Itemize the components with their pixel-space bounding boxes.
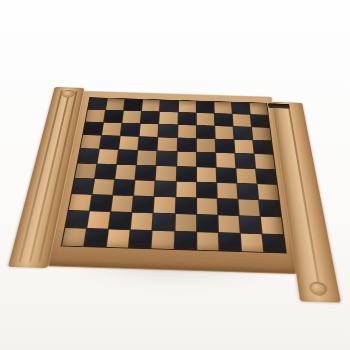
board-square-i1 xyxy=(241,234,264,252)
board-square-b7 xyxy=(100,136,120,150)
board-square-a4 xyxy=(72,178,94,194)
board-square-d5 xyxy=(136,165,156,180)
board-square-c1 xyxy=(107,229,130,247)
board-square-b5 xyxy=(95,164,116,179)
board-square-b8 xyxy=(102,123,122,136)
board-square-e6 xyxy=(157,151,176,165)
board-square-e7 xyxy=(158,138,177,152)
board-square-f3 xyxy=(175,197,195,214)
board-square-f8 xyxy=(178,125,196,138)
board-square-a7 xyxy=(81,135,101,149)
board-square-b6 xyxy=(98,149,119,163)
board-square-g8 xyxy=(196,126,214,139)
board-square-d1 xyxy=(129,230,151,248)
board-square-b10 xyxy=(106,98,125,110)
board-square-j4 xyxy=(257,184,278,200)
board-square-h7 xyxy=(215,139,234,153)
board-square-c7 xyxy=(119,136,139,150)
board-square-a9 xyxy=(86,110,105,122)
board-square-c3 xyxy=(111,195,133,212)
dowel-pin-icon xyxy=(61,90,76,98)
photo-background xyxy=(0,0,350,350)
board-square-g4 xyxy=(197,182,217,198)
board-square-g3 xyxy=(197,198,217,215)
board-square-b9 xyxy=(104,110,123,122)
board-square-h9 xyxy=(214,114,232,127)
board-square-d3 xyxy=(133,196,154,213)
board-square-a2 xyxy=(66,211,89,228)
board-square-e2 xyxy=(153,213,174,230)
board-square-d7 xyxy=(139,137,158,151)
board-square-c8 xyxy=(121,123,140,136)
board-square-i5 xyxy=(236,168,256,183)
board-square-e5 xyxy=(156,166,176,181)
board-square-i8 xyxy=(233,127,252,140)
board-square-g10 xyxy=(196,101,213,113)
board-frame xyxy=(48,91,297,274)
board-square-j5 xyxy=(256,169,277,184)
dowel-pin-icon xyxy=(308,282,328,296)
board-square-c4 xyxy=(114,179,135,195)
board-square-d10 xyxy=(142,99,160,111)
board-square-a10 xyxy=(88,98,107,110)
board-square-c2 xyxy=(109,212,131,229)
board-square-f9 xyxy=(178,113,196,126)
board-square-g6 xyxy=(197,153,216,167)
board-square-c5 xyxy=(116,164,137,179)
board-square-e9 xyxy=(159,112,177,125)
board-square-h6 xyxy=(216,153,235,167)
board-square-g7 xyxy=(196,139,214,153)
board-square-j8 xyxy=(252,127,271,140)
board-square-b3 xyxy=(90,195,112,212)
board-square-j10 xyxy=(249,103,267,115)
board-square-g2 xyxy=(197,215,218,232)
board-square-a3 xyxy=(69,194,92,210)
board-square-c9 xyxy=(123,111,142,124)
checkers-board xyxy=(61,97,287,253)
board-square-g5 xyxy=(197,167,216,182)
board-square-f5 xyxy=(176,166,195,181)
board-square-a5 xyxy=(75,163,97,178)
board-square-a1 xyxy=(62,228,86,246)
board-square-c10 xyxy=(124,99,142,111)
board-square-a6 xyxy=(78,149,99,163)
board-square-b1 xyxy=(84,229,108,247)
board-square-h5 xyxy=(216,168,236,183)
board-square-i4 xyxy=(237,183,258,199)
board-square-f4 xyxy=(176,181,196,197)
board-square-f10 xyxy=(178,101,195,113)
board-square-i7 xyxy=(234,140,253,154)
board-square-h10 xyxy=(214,102,232,114)
board-square-h3 xyxy=(217,199,238,216)
board-square-e4 xyxy=(155,181,175,197)
board-square-j1 xyxy=(262,234,285,252)
board-square-i2 xyxy=(239,216,261,233)
board-square-j9 xyxy=(251,115,270,128)
board-square-h1 xyxy=(219,233,241,251)
board-square-d6 xyxy=(137,151,157,165)
board-square-d8 xyxy=(140,124,159,137)
board-square-b4 xyxy=(93,179,115,195)
board-square-j3 xyxy=(259,200,281,217)
board-square-e8 xyxy=(159,124,177,137)
board-square-i3 xyxy=(238,199,259,216)
board-square-f6 xyxy=(177,152,196,166)
board-square-h2 xyxy=(218,215,239,232)
board-square-e10 xyxy=(160,100,178,112)
board-square-d9 xyxy=(141,111,159,124)
board-square-h8 xyxy=(215,126,233,139)
board-square-h4 xyxy=(217,183,237,199)
board-square-a8 xyxy=(83,122,103,135)
board-square-j6 xyxy=(255,154,275,168)
board-square-j7 xyxy=(253,141,273,155)
board-square-g9 xyxy=(196,113,214,126)
rail-slot xyxy=(268,103,290,108)
board-square-f2 xyxy=(175,214,196,231)
board-square-d4 xyxy=(134,180,155,196)
board-square-e3 xyxy=(154,197,175,214)
board-square-i6 xyxy=(235,154,255,168)
board-square-d2 xyxy=(131,213,153,230)
board-scene xyxy=(3,86,340,297)
board-square-i9 xyxy=(233,114,251,127)
board-square-b2 xyxy=(87,211,110,228)
board-square-f7 xyxy=(177,138,195,152)
board-square-i10 xyxy=(232,102,250,114)
board-square-e1 xyxy=(152,231,174,249)
board-square-f1 xyxy=(174,231,195,249)
board-square-j2 xyxy=(261,217,283,234)
board-square-c6 xyxy=(117,150,137,164)
board-square-g1 xyxy=(197,232,218,250)
